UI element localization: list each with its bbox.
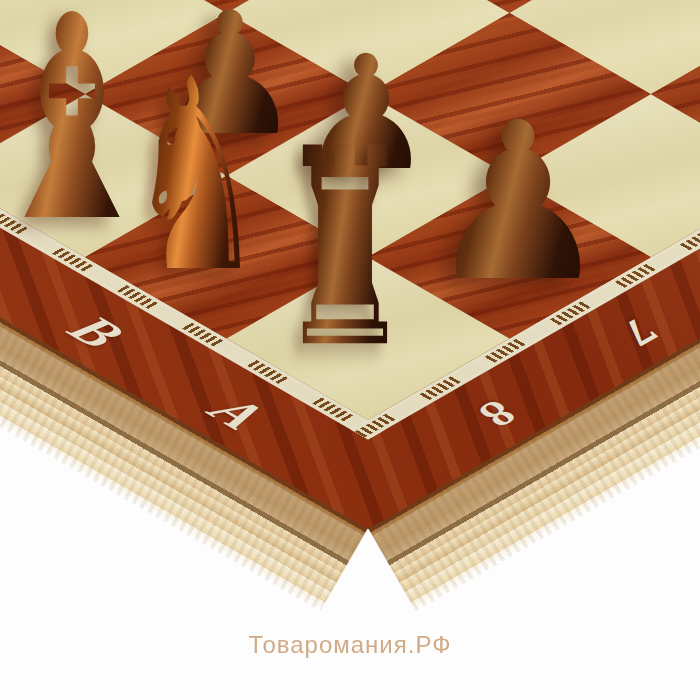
piece-dark-rook-a8: ♜ (278, 113, 412, 385)
file-label-A: A (195, 389, 280, 438)
product-photo-stage: AB87 ♟♟♝♞♟♜ Товаромания.РФ (0, 0, 700, 700)
watermark-text: Товаромания.РФ (0, 631, 700, 659)
piece-dark-pawn-a7: ♟ (425, 94, 611, 312)
piece-dark-knight-b8: ♞ (127, 44, 265, 309)
rank-label-8: 8 (464, 394, 532, 433)
rank-label-7: 7 (606, 313, 674, 352)
